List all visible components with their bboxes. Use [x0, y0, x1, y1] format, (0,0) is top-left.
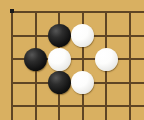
board-point[interactable] — [0, 24, 24, 48]
black-stone[interactable] — [48, 71, 71, 94]
white-stone[interactable] — [71, 71, 94, 94]
board-point[interactable] — [47, 71, 71, 95]
board-point[interactable] — [118, 24, 142, 48]
board-point[interactable] — [118, 71, 142, 95]
board-point[interactable] — [24, 71, 48, 95]
board-point[interactable] — [95, 47, 119, 71]
board-point[interactable] — [71, 24, 95, 48]
board-point[interactable] — [24, 95, 48, 119]
board-point[interactable] — [71, 47, 95, 71]
board-point[interactable] — [71, 95, 95, 119]
board-point[interactable] — [71, 0, 95, 24]
white-stone[interactable] — [95, 48, 118, 71]
board-point[interactable] — [47, 47, 71, 71]
board-point[interactable] — [0, 71, 24, 95]
board-point[interactable] — [0, 95, 24, 119]
go-board[interactable] — [0, 0, 144, 120]
board-point[interactable] — [0, 0, 24, 24]
board-point[interactable] — [118, 0, 142, 24]
board-point[interactable] — [95, 95, 119, 119]
board-point[interactable] — [24, 47, 48, 71]
white-stone[interactable] — [48, 48, 71, 71]
board-point[interactable] — [118, 47, 142, 71]
stones-layer — [0, 0, 142, 118]
board-point[interactable] — [95, 24, 119, 48]
board-point[interactable] — [47, 24, 71, 48]
board-point[interactable] — [95, 71, 119, 95]
black-stone[interactable] — [24, 48, 47, 71]
black-stone[interactable] — [48, 24, 71, 47]
board-point[interactable] — [24, 0, 48, 24]
board-point[interactable] — [95, 0, 119, 24]
board-point[interactable] — [71, 71, 95, 95]
board-point[interactable] — [118, 95, 142, 119]
board-point[interactable] — [47, 95, 71, 119]
board-point[interactable] — [24, 24, 48, 48]
board-point[interactable] — [47, 0, 71, 24]
board-point[interactable] — [0, 47, 24, 71]
white-stone[interactable] — [71, 24, 94, 47]
